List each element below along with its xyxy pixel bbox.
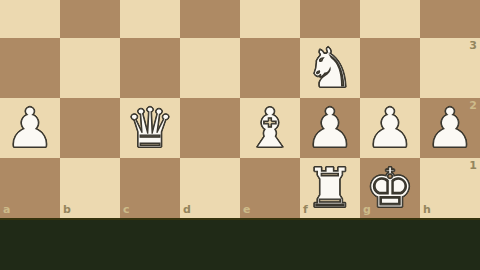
square-b2[interactable]	[60, 98, 120, 158]
square-h2[interactable]: ♟2	[420, 98, 480, 158]
rank-label-3: 3	[469, 40, 477, 52]
file-label-g: g	[363, 204, 371, 216]
square-h3[interactable]: 3	[420, 38, 480, 98]
square-e2[interactable]: ♝	[240, 98, 300, 158]
file-label-c: c	[123, 204, 130, 216]
square-f4[interactable]	[300, 0, 360, 38]
board-viewport: ♞3♟♛♝♟♟♟2abcde♜f♚gh1	[0, 0, 480, 218]
square-b1[interactable]: b	[60, 158, 120, 218]
square-g4[interactable]	[360, 0, 420, 38]
square-f1[interactable]: ♜f	[300, 158, 360, 218]
white-knight[interactable]: ♞	[300, 38, 360, 98]
square-c3[interactable]	[120, 38, 180, 98]
file-label-d: d	[183, 204, 191, 216]
file-label-b: b	[63, 204, 71, 216]
file-label-f: f	[303, 204, 308, 216]
square-d1[interactable]: d	[180, 158, 240, 218]
square-h4[interactable]	[420, 0, 480, 38]
file-label-e: e	[243, 204, 250, 216]
square-e4[interactable]	[240, 0, 300, 38]
letterbox-bottom	[0, 218, 480, 270]
square-f3[interactable]: ♞	[300, 38, 360, 98]
square-e1[interactable]: e	[240, 158, 300, 218]
file-label-a: a	[3, 204, 10, 216]
rank-label-1: 1	[469, 160, 477, 172]
square-b3[interactable]	[60, 38, 120, 98]
square-g2[interactable]: ♟	[360, 98, 420, 158]
square-a3[interactable]	[0, 38, 60, 98]
square-d4[interactable]	[180, 0, 240, 38]
square-a4[interactable]	[0, 0, 60, 38]
file-label-h: h	[423, 204, 431, 216]
square-g3[interactable]	[360, 38, 420, 98]
white-bishop[interactable]: ♝	[240, 98, 300, 158]
square-b4[interactable]	[60, 0, 120, 38]
white-rook[interactable]: ♜	[300, 158, 360, 218]
white-pawn[interactable]: ♟	[360, 98, 420, 158]
square-a1[interactable]: a	[0, 158, 60, 218]
square-c4[interactable]	[120, 0, 180, 38]
square-f2[interactable]: ♟	[300, 98, 360, 158]
square-a2[interactable]: ♟	[0, 98, 60, 158]
square-g1[interactable]: ♚g	[360, 158, 420, 218]
rank-label-2: 2	[469, 100, 477, 112]
square-c1[interactable]: c	[120, 158, 180, 218]
square-d3[interactable]	[180, 38, 240, 98]
square-e3[interactable]	[240, 38, 300, 98]
white-queen[interactable]: ♛	[120, 98, 180, 158]
square-c2[interactable]: ♛	[120, 98, 180, 158]
square-h1[interactable]: h1	[420, 158, 480, 218]
chess-board: ♞3♟♛♝♟♟♟2abcde♜f♚gh1	[0, 0, 480, 218]
square-d2[interactable]	[180, 98, 240, 158]
white-pawn[interactable]: ♟	[300, 98, 360, 158]
white-pawn[interactable]: ♟	[0, 98, 60, 158]
